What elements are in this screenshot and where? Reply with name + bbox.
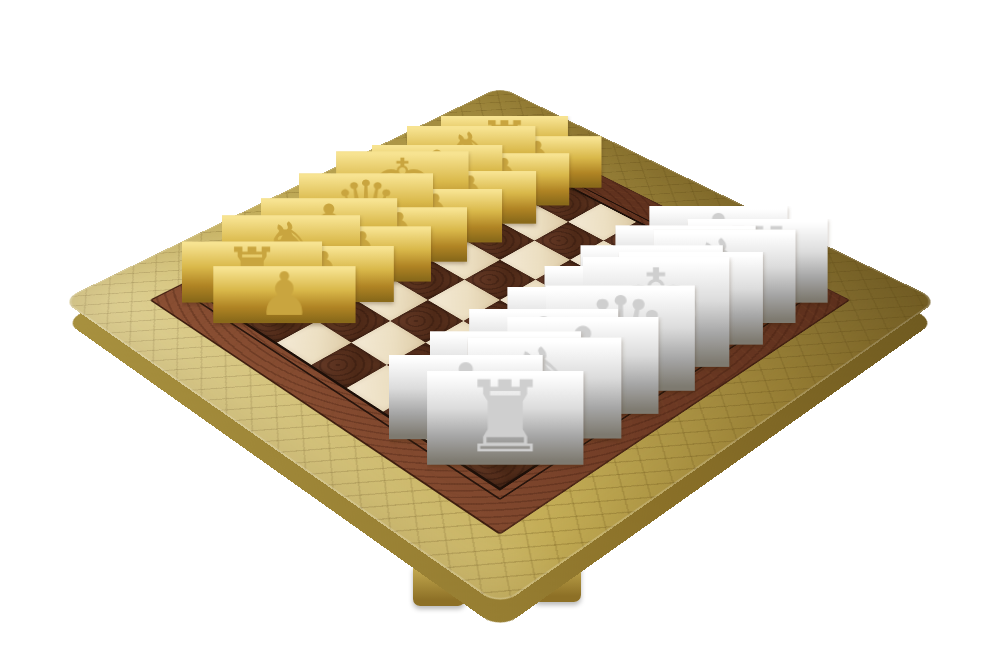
silver-rook-icon: ♜ bbox=[427, 371, 583, 464]
gold-pawn-icon: ♟ bbox=[213, 267, 355, 324]
product-photo-stage: ♜♞♝♚♛♝♞♜♟♟♟♟♟♟♟♟♟♟♟♟♟♟♟♟♜♞♝♚♛♝♞♜ bbox=[0, 0, 1000, 666]
chess-board: ♜♞♝♚♛♝♞♜♟♟♟♟♟♟♟♟♟♟♟♟♟♟♟♟♜♞♝♚♛♝♞♜ bbox=[62, 87, 939, 607]
perspective-scene: ♜♞♝♚♛♝♞♜♟♟♟♟♟♟♟♟♟♟♟♟♟♟♟♟♜♞♝♚♛♝♞♜ bbox=[0, 0, 1000, 666]
